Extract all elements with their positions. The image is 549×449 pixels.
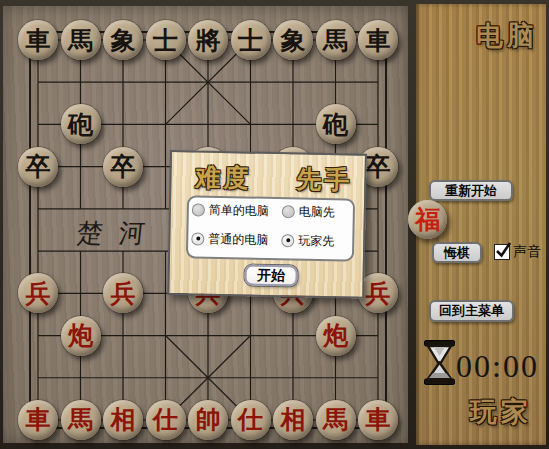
piece-black-車-r0c8[interactable]: 車 xyxy=(358,20,398,60)
piece-black-砲-r2c7[interactable]: 砲 xyxy=(316,104,356,144)
first-move-radio-0[interactable] xyxy=(282,205,295,218)
piece-red-相-r9c6[interactable]: 相 xyxy=(273,400,313,440)
difficulty-radio-1-selected[interactable] xyxy=(191,232,204,245)
options-box: 简单的电脑普通的电脑 电脑先玩家先 xyxy=(186,195,355,261)
piece-red-車-r9c0[interactable]: 車 xyxy=(18,400,58,440)
river-label: 楚河 xyxy=(75,216,163,251)
first-move-radio-1-selected[interactable] xyxy=(281,234,294,247)
first-move-option-1[interactable]: 玩家先 xyxy=(281,233,334,248)
difficulty-option-0[interactable]: 简单的电脑 xyxy=(192,202,269,217)
first-move-option-0[interactable]: 电脑先 xyxy=(282,204,335,219)
undo-move-button[interactable]: 悔棋 xyxy=(432,242,482,263)
restart-button[interactable]: 重新开始 xyxy=(429,180,513,201)
hourglass-icon xyxy=(424,340,455,385)
difficulty-option-1[interactable]: 普通的电脑 xyxy=(191,231,268,246)
xiangqi-app-window: 楚河 車馬象士將士象馬車砲砲卒卒卒卒卒兵兵兵兵兵炮炮車馬相仕帥仕相馬車 电脑 重… xyxy=(0,0,549,449)
sound-checkbox-label: 声音 xyxy=(513,243,541,261)
piece-red-車-r9c8[interactable]: 車 xyxy=(358,400,398,440)
player-side-label: 玩家 xyxy=(416,394,532,430)
difficulty-options-column: 简单的电脑普通的电脑 xyxy=(191,197,282,258)
player-timer: 00:00 xyxy=(456,348,539,385)
piece-red-仕-r9c5[interactable]: 仕 xyxy=(231,400,271,440)
difficulty-label-0: 简单的电脑 xyxy=(209,201,269,219)
main-menu-button[interactable]: 回到主菜单 xyxy=(429,300,514,322)
piece-red-帥-r9c4[interactable]: 帥 xyxy=(188,400,228,440)
new-game-dialog: 难度 先手 简单的电脑普通的电脑 电脑先玩家先 开始 xyxy=(167,150,367,299)
piece-black-砲-r2c1[interactable]: 砲 xyxy=(61,104,101,144)
piece-red-炮-r7c1[interactable]: 炮 xyxy=(61,316,101,356)
piece-red-仕-r9c3[interactable]: 仕 xyxy=(146,400,186,440)
piece-black-卒-r3c0[interactable]: 卒 xyxy=(18,147,58,187)
start-button[interactable]: 开始 xyxy=(244,264,297,286)
piece-black-象-r0c2[interactable]: 象 xyxy=(103,20,143,60)
computer-side-label: 电脑 xyxy=(416,18,538,54)
first-move-label-0: 电脑先 xyxy=(299,203,335,221)
piece-red-馬-r9c7[interactable]: 馬 xyxy=(316,400,356,440)
difficulty-title: 难度 xyxy=(195,160,252,194)
first-move-title: 先手 xyxy=(296,162,353,196)
piece-red-相-r9c2[interactable]: 相 xyxy=(103,400,143,440)
piece-black-馬-r0c7[interactable]: 馬 xyxy=(316,20,356,60)
piece-black-馬-r0c1[interactable]: 馬 xyxy=(61,20,101,60)
piece-black-車-r0c0[interactable]: 車 xyxy=(18,20,58,60)
fortune-piece: 福 xyxy=(408,200,447,239)
first-move-label-1: 玩家先 xyxy=(298,232,334,250)
piece-black-象-r0c6[interactable]: 象 xyxy=(273,20,313,60)
difficulty-label-1: 普通的电脑 xyxy=(208,230,268,248)
difficulty-radio-0[interactable] xyxy=(192,203,205,216)
piece-red-馬-r9c1[interactable]: 馬 xyxy=(61,400,101,440)
piece-black-卒-r3c2[interactable]: 卒 xyxy=(103,147,143,187)
piece-black-士-r0c3[interactable]: 士 xyxy=(146,20,186,60)
sound-checkbox[interactable] xyxy=(494,244,510,260)
sidebar-panel: 电脑 重新开始 福 悔棋 声音 回到主菜单 00:00 玩家 xyxy=(416,4,546,445)
checkmark-icon xyxy=(496,241,512,259)
piece-black-士-r0c5[interactable]: 士 xyxy=(231,20,271,60)
piece-red-炮-r7c7[interactable]: 炮 xyxy=(316,316,356,356)
piece-black-將-r0c4[interactable]: 將 xyxy=(188,20,228,60)
first-move-options-column: 电脑先玩家先 xyxy=(281,199,354,259)
